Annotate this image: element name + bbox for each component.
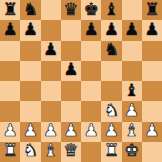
square-d3[interactable] — [61, 101, 81, 121]
square-g1[interactable]: ♚ — [122, 142, 142, 162]
square-f2[interactable]: ♟ — [101, 122, 121, 142]
square-b1[interactable]: ♞ — [20, 142, 40, 162]
white-rook: ♜ — [3, 142, 18, 159]
square-e7[interactable]: ♟ — [81, 20, 101, 40]
square-e3[interactable] — [81, 101, 101, 121]
square-f3[interactable]: ♞ — [101, 101, 121, 121]
black-rook: ♜ — [144, 1, 159, 18]
square-c3[interactable] — [41, 101, 61, 121]
black-knight: ♞ — [23, 1, 38, 18]
square-h4[interactable] — [142, 81, 162, 101]
square-b7[interactable]: ♟ — [20, 20, 40, 40]
white-knight: ♞ — [23, 142, 38, 159]
square-c4[interactable] — [41, 81, 61, 101]
square-h8[interactable]: ♜ — [142, 0, 162, 20]
square-d1[interactable]: ♛ — [61, 142, 81, 162]
square-d4[interactable] — [61, 81, 81, 101]
square-g8[interactable] — [122, 0, 142, 20]
white-pawn: ♟ — [104, 122, 119, 139]
black-pawn: ♟ — [104, 21, 119, 38]
square-c2[interactable]: ♟ — [41, 122, 61, 142]
black-pawn: ♟ — [3, 21, 18, 38]
white-bishop: ♝ — [43, 142, 58, 159]
white-pawn: ♟ — [124, 102, 139, 119]
white-bishop: ♝ — [124, 122, 139, 139]
square-e8[interactable]: ♚ — [81, 0, 101, 20]
white-pawn: ♟ — [3, 122, 18, 139]
square-g7[interactable]: ♟ — [122, 20, 142, 40]
square-a7[interactable]: ♟ — [0, 20, 20, 40]
square-d7[interactable] — [61, 20, 81, 40]
square-g2[interactable]: ♝ — [122, 122, 142, 142]
square-a3[interactable] — [0, 101, 20, 121]
black-bishop: ♝ — [104, 1, 119, 18]
square-b8[interactable]: ♞ — [20, 0, 40, 20]
black-pawn: ♟ — [144, 21, 159, 38]
square-a1[interactable]: ♜ — [0, 142, 20, 162]
white-rook: ♜ — [104, 142, 119, 159]
square-d2[interactable]: ♟ — [61, 122, 81, 142]
square-d8[interactable]: ♛ — [61, 0, 81, 20]
square-b6[interactable] — [20, 41, 40, 61]
square-f4[interactable] — [101, 81, 121, 101]
black-pawn: ♟ — [84, 21, 99, 38]
square-d5[interactable]: ♟ — [61, 61, 81, 81]
square-f5[interactable] — [101, 61, 121, 81]
square-g6[interactable] — [122, 41, 142, 61]
chess-board: ♜♞♛♚♝♜♟♟♟♟♟♟♟♞♟♝♞♟♟♟♟♟♟♟♝♟♜♞♝♛♜♚ — [0, 0, 162, 162]
square-e1[interactable] — [81, 142, 101, 162]
black-pawn: ♟ — [63, 61, 78, 78]
square-b5[interactable] — [20, 61, 40, 81]
white-pawn: ♟ — [63, 122, 78, 139]
square-f6[interactable]: ♞ — [101, 41, 121, 61]
square-a4[interactable] — [0, 81, 20, 101]
square-f1[interactable]: ♜ — [101, 142, 121, 162]
black-pawn: ♟ — [23, 21, 38, 38]
square-c6[interactable]: ♟ — [41, 41, 61, 61]
square-e4[interactable] — [81, 81, 101, 101]
square-b2[interactable]: ♟ — [20, 122, 40, 142]
square-a2[interactable]: ♟ — [0, 122, 20, 142]
square-a8[interactable]: ♜ — [0, 0, 20, 20]
square-g5[interactable] — [122, 61, 142, 81]
square-b3[interactable] — [20, 101, 40, 121]
square-h5[interactable] — [142, 61, 162, 81]
black-rook: ♜ — [3, 1, 18, 18]
white-pawn: ♟ — [84, 122, 99, 139]
square-h6[interactable] — [142, 41, 162, 61]
black-bishop: ♝ — [124, 82, 139, 99]
square-c8[interactable] — [41, 0, 61, 20]
white-pawn: ♟ — [144, 122, 159, 139]
square-h3[interactable] — [142, 101, 162, 121]
chess-board-window: ♜♞♛♚♝♜♟♟♟♟♟♟♟♞♟♝♞♟♟♟♟♟♟♟♝♟♜♞♝♛♜♚ — [0, 0, 162, 162]
white-pawn: ♟ — [43, 122, 58, 139]
square-h7[interactable]: ♟ — [142, 20, 162, 40]
square-g3[interactable]: ♟ — [122, 101, 142, 121]
square-b4[interactable] — [20, 81, 40, 101]
square-e6[interactable] — [81, 41, 101, 61]
square-c5[interactable] — [41, 61, 61, 81]
square-a6[interactable] — [0, 41, 20, 61]
white-pawn: ♟ — [23, 122, 38, 139]
square-g4[interactable]: ♝ — [122, 81, 142, 101]
black-pawn: ♟ — [124, 21, 139, 38]
square-h1[interactable] — [142, 142, 162, 162]
black-pawn: ♟ — [43, 41, 58, 58]
square-f7[interactable]: ♟ — [101, 20, 121, 40]
square-e5[interactable] — [81, 61, 101, 81]
square-e2[interactable]: ♟ — [81, 122, 101, 142]
square-h2[interactable]: ♟ — [142, 122, 162, 142]
black-queen: ♛ — [63, 1, 78, 18]
white-queen: ♛ — [63, 142, 78, 159]
square-a5[interactable] — [0, 61, 20, 81]
square-c1[interactable]: ♝ — [41, 142, 61, 162]
white-king: ♚ — [124, 142, 139, 159]
white-knight: ♞ — [104, 102, 119, 119]
square-c7[interactable] — [41, 20, 61, 40]
square-d6[interactable] — [61, 41, 81, 61]
square-f8[interactable]: ♝ — [101, 0, 121, 20]
black-knight: ♞ — [104, 41, 119, 58]
black-king: ♚ — [84, 1, 99, 18]
